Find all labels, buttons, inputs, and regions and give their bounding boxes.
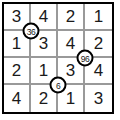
grid: 3421134221344213 <box>4 4 112 112</box>
cell-r4c1[interactable]: 4 <box>4 85 31 112</box>
puzzle-board: 3421134221344213 36966 <box>2 2 114 114</box>
cell-r1c3[interactable]: 2 <box>58 4 85 31</box>
cell-r3c1[interactable]: 2 <box>4 58 31 85</box>
clue-circle-96: 96 <box>77 50 94 67</box>
cell-r4c4[interactable]: 3 <box>85 85 112 112</box>
clue-circle-36: 36 <box>23 23 40 40</box>
cell-r1c4[interactable]: 1 <box>85 4 112 31</box>
clue-circle-6: 6 <box>50 77 67 94</box>
